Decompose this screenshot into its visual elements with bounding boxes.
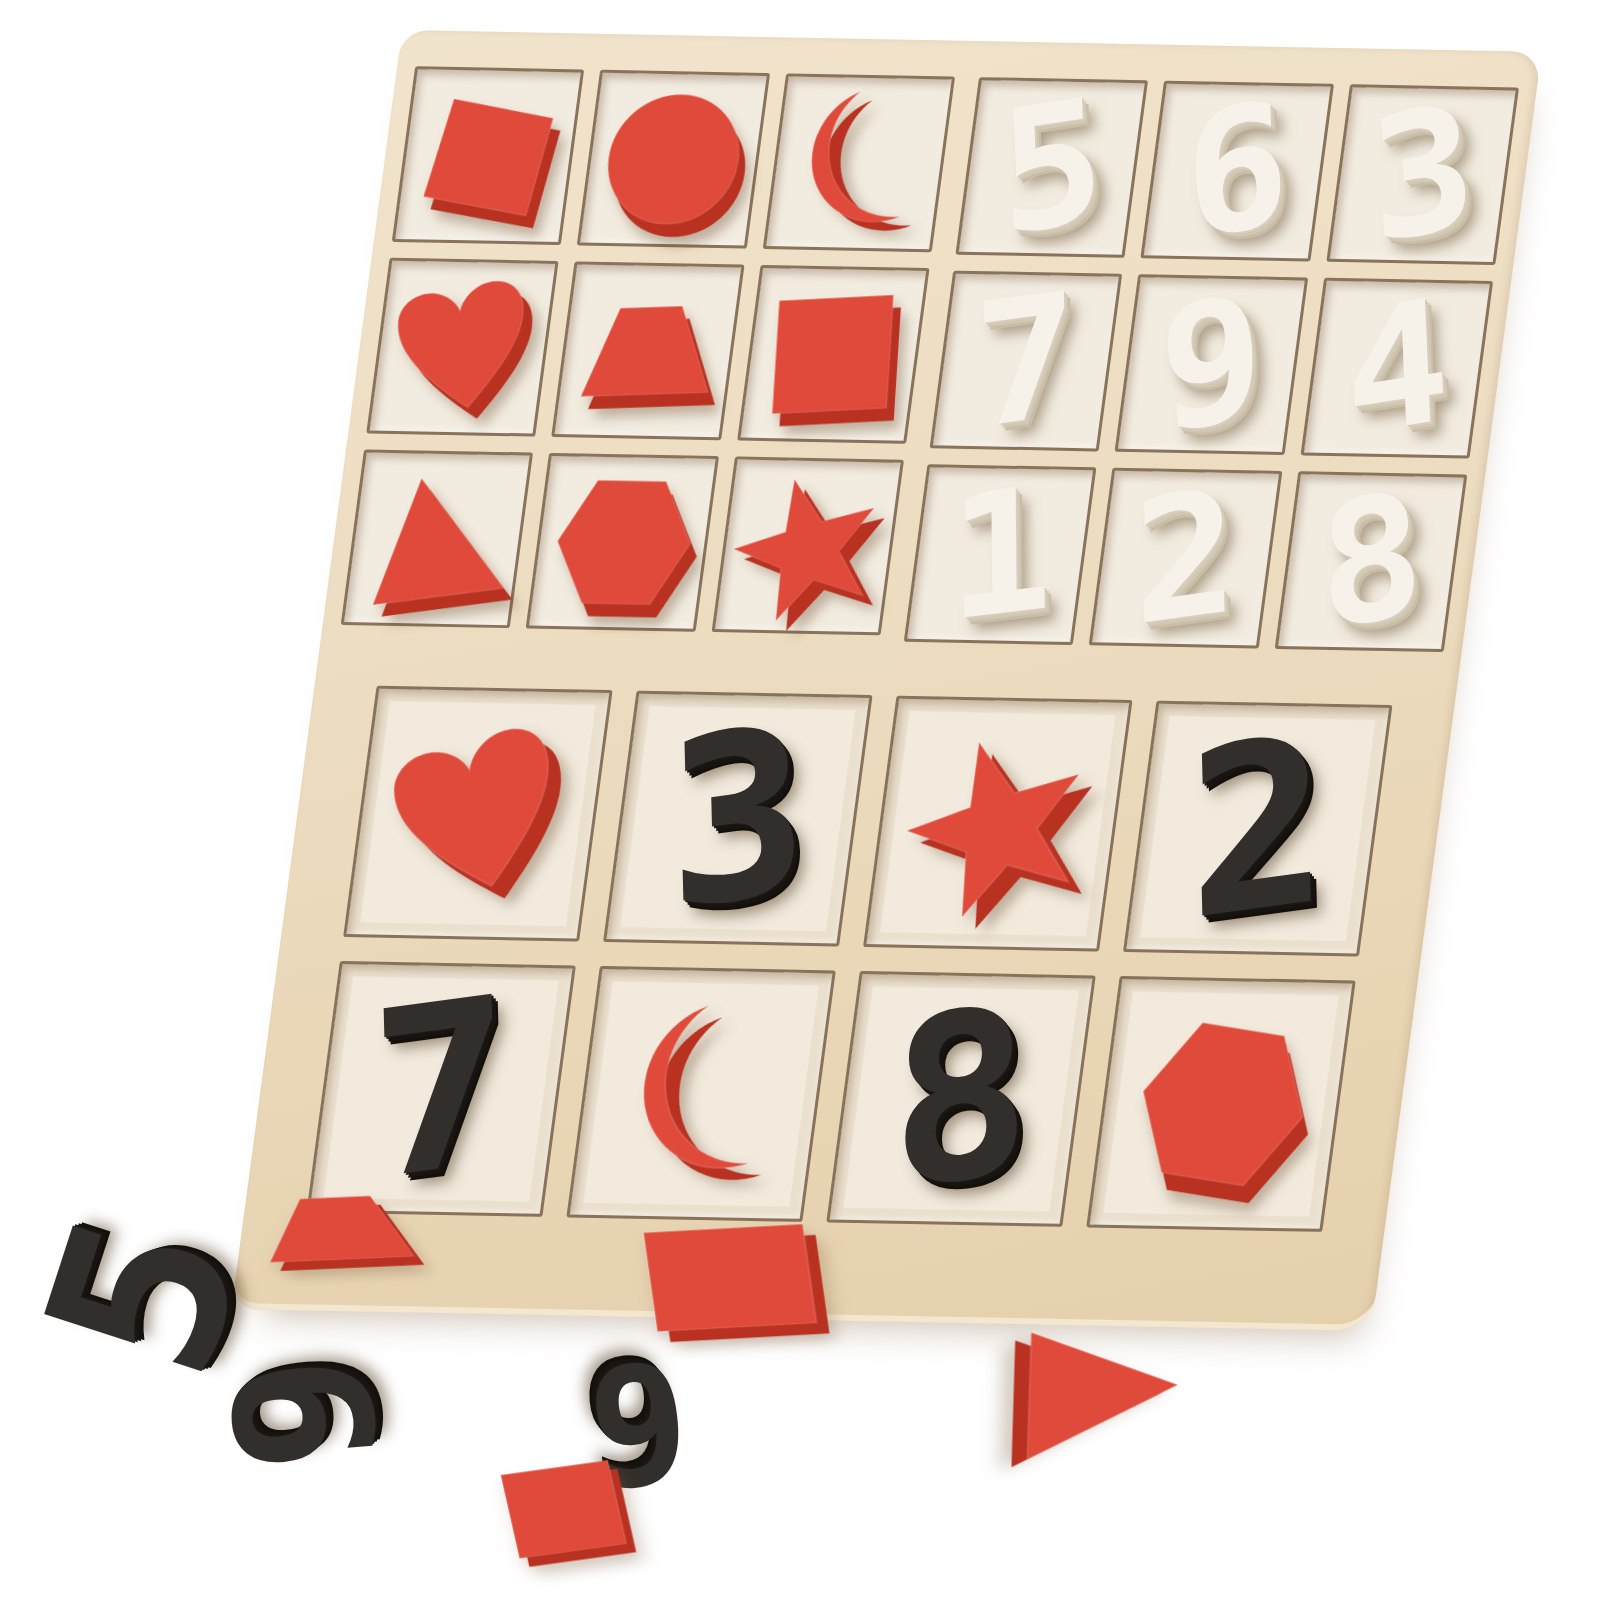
piece-white-8[interactable]: 8 xyxy=(1315,469,1427,655)
tray-cell: 3 xyxy=(1326,84,1519,265)
piece-white-6[interactable]: 6 xyxy=(1183,79,1292,263)
matching-cell xyxy=(1086,976,1356,1232)
tray-cell: 5 xyxy=(955,77,1148,258)
tray-cell: 4 xyxy=(1300,278,1493,459)
piece-white-3[interactable]: 3 xyxy=(1365,81,1480,268)
shapes-tray-grid xyxy=(341,66,955,635)
tray-cell: 7 xyxy=(930,271,1123,452)
piece-black-2[interactable]: 2 xyxy=(1184,704,1331,952)
piece-red-star[interactable] xyxy=(712,445,902,647)
puzzle-board: 563794128 3278 xyxy=(231,30,1541,1331)
tray-cell xyxy=(711,456,904,635)
piece-red-triangle[interactable] xyxy=(1002,1318,1200,1476)
piece-black-3[interactable]: 3 xyxy=(665,694,812,942)
matching-cell xyxy=(343,686,613,942)
tray-cell xyxy=(366,258,559,437)
numbers-tray-grid: 563794128 xyxy=(905,77,1519,646)
piece-white-9[interactable]: 9 xyxy=(1157,273,1266,457)
piece-red-star[interactable] xyxy=(878,697,1118,950)
piece-red-crescent[interactable] xyxy=(757,57,960,269)
piece-white-7[interactable]: 7 xyxy=(972,269,1081,453)
piece-white-2[interactable]: 2 xyxy=(1131,466,1240,650)
matching-cell: 2 xyxy=(1123,701,1393,957)
tray-cell xyxy=(552,261,745,440)
loose-piece-area xyxy=(610,1223,851,1331)
tray-cell: 1 xyxy=(904,464,1097,645)
product-photo: 563794128 3278 596 xyxy=(0,0,1600,1600)
piece-red-triangle[interactable] xyxy=(352,446,522,631)
piece-red-rhombus[interactable] xyxy=(400,72,576,239)
matching-cell xyxy=(566,966,836,1222)
matching-cell: 8 xyxy=(826,971,1096,1227)
loose-piece-area: 9 xyxy=(222,1297,391,1529)
tray-cell xyxy=(392,66,585,245)
tray-cell xyxy=(341,449,534,628)
piece-red-trapezoid[interactable] xyxy=(560,267,736,434)
piece-red-heart[interactable] xyxy=(360,689,595,938)
matching-area-grid: 3278 xyxy=(306,686,1392,1232)
tray-cell: 2 xyxy=(1089,468,1282,649)
piece-red-square[interactable] xyxy=(474,1439,654,1579)
piece-red-hexagon[interactable] xyxy=(531,460,715,625)
loose-piece-area xyxy=(472,1433,654,1585)
piece-black-9[interactable]: 9 xyxy=(206,1348,405,1479)
matching-cell xyxy=(863,696,1133,952)
tray-cell xyxy=(526,453,719,632)
tray-cell: 6 xyxy=(1141,81,1334,262)
piece-black-8[interactable]: 8 xyxy=(890,976,1033,1223)
piece-white-4[interactable]: 4 xyxy=(1341,275,1453,461)
piece-red-hexagon[interactable] xyxy=(1097,990,1346,1219)
piece-red-crescent[interactable] xyxy=(580,966,823,1222)
tray-cell: 9 xyxy=(1115,274,1308,455)
tray-cell xyxy=(762,73,955,252)
loose-piece-area xyxy=(1024,1318,1179,1476)
tray-cell xyxy=(737,265,930,444)
piece-white-1[interactable]: 1 xyxy=(947,463,1053,646)
tray-cell xyxy=(577,70,770,249)
piece-red-square[interactable] xyxy=(747,270,920,440)
tray-cell: 8 xyxy=(1274,471,1467,652)
piece-red-heart[interactable] xyxy=(375,253,550,442)
piece-white-5[interactable]: 5 xyxy=(996,75,1108,261)
piece-red-circle[interactable] xyxy=(582,77,766,242)
matching-cell: 3 xyxy=(603,691,873,947)
